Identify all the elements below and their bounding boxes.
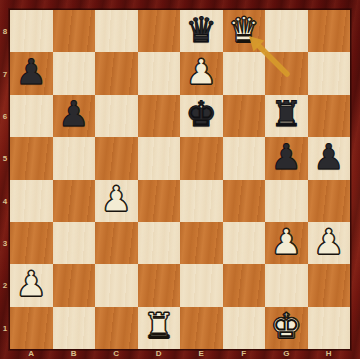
square-f4[interactable]: [223, 180, 266, 222]
square-e8[interactable]: ♛: [180, 10, 223, 52]
chess-board-frame: ♛♛♟♟♟♚♜♟♟♟♟♟♟♜♚ 87654321ABCDEFGH: [0, 0, 360, 359]
square-d6[interactable]: [138, 95, 181, 137]
square-d4[interactable]: [138, 180, 181, 222]
square-b4[interactable]: [53, 180, 96, 222]
square-c5[interactable]: [95, 137, 138, 179]
black-rook[interactable]: ♜: [271, 97, 302, 132]
square-e7[interactable]: ♟: [180, 52, 223, 94]
black-pawn[interactable]: ♟: [16, 55, 47, 90]
square-d2[interactable]: [138, 264, 181, 306]
square-c8[interactable]: [95, 10, 138, 52]
square-d8[interactable]: [138, 10, 181, 52]
file-label-g: G: [265, 349, 308, 359]
square-e1[interactable]: [180, 307, 223, 349]
square-c3[interactable]: [95, 222, 138, 264]
black-king[interactable]: ♚: [186, 97, 217, 132]
file-label-b: B: [53, 349, 96, 359]
square-b5[interactable]: [53, 137, 96, 179]
square-g1[interactable]: ♚: [265, 307, 308, 349]
square-f5[interactable]: [223, 137, 266, 179]
rank-label-3: 3: [0, 239, 10, 248]
white-pawn[interactable]: ♟: [101, 182, 132, 217]
black-pawn[interactable]: ♟: [313, 140, 344, 175]
black-pawn[interactable]: ♟: [58, 97, 89, 132]
square-e2[interactable]: [180, 264, 223, 306]
square-a3[interactable]: [10, 222, 53, 264]
square-a2[interactable]: ♟: [10, 264, 53, 306]
square-g6[interactable]: ♜: [265, 95, 308, 137]
black-queen[interactable]: ♛: [186, 13, 217, 48]
square-g5[interactable]: ♟: [265, 137, 308, 179]
square-f7[interactable]: [223, 52, 266, 94]
rank-label-5: 5: [0, 154, 10, 163]
square-a1[interactable]: [10, 307, 53, 349]
square-c2[interactable]: [95, 264, 138, 306]
file-label-e: E: [180, 349, 223, 359]
square-g4[interactable]: [265, 180, 308, 222]
square-h1[interactable]: [308, 307, 351, 349]
square-a6[interactable]: [10, 95, 53, 137]
white-pawn[interactable]: ♟: [313, 225, 344, 260]
file-label-d: D: [138, 349, 181, 359]
file-label-c: C: [95, 349, 138, 359]
square-h5[interactable]: ♟: [308, 137, 351, 179]
square-f6[interactable]: [223, 95, 266, 137]
square-g7[interactable]: [265, 52, 308, 94]
square-a7[interactable]: ♟: [10, 52, 53, 94]
square-g2[interactable]: [265, 264, 308, 306]
file-label-h: H: [308, 349, 351, 359]
square-g8[interactable]: [265, 10, 308, 52]
white-pawn[interactable]: ♟: [271, 225, 302, 260]
chess-board: ♛♛♟♟♟♚♜♟♟♟♟♟♟♜♚: [10, 10, 350, 349]
file-label-f: F: [223, 349, 266, 359]
square-f3[interactable]: [223, 222, 266, 264]
white-pawn[interactable]: ♟: [186, 55, 217, 90]
square-b8[interactable]: [53, 10, 96, 52]
black-pawn[interactable]: ♟: [271, 140, 302, 175]
square-d5[interactable]: [138, 137, 181, 179]
file-label-a: A: [10, 349, 53, 359]
square-h2[interactable]: [308, 264, 351, 306]
white-rook[interactable]: ♜: [143, 309, 174, 344]
square-e5[interactable]: [180, 137, 223, 179]
square-d1[interactable]: ♜: [138, 307, 181, 349]
square-b2[interactable]: [53, 264, 96, 306]
white-king[interactable]: ♚: [271, 309, 302, 344]
square-b1[interactable]: [53, 307, 96, 349]
square-b3[interactable]: [53, 222, 96, 264]
square-e3[interactable]: [180, 222, 223, 264]
rank-label-2: 2: [0, 281, 10, 290]
square-h6[interactable]: [308, 95, 351, 137]
square-a4[interactable]: [10, 180, 53, 222]
rank-label-8: 8: [0, 27, 10, 36]
square-h8[interactable]: [308, 10, 351, 52]
white-pawn[interactable]: ♟: [16, 267, 47, 302]
square-b6[interactable]: ♟: [53, 95, 96, 137]
square-h3[interactable]: ♟: [308, 222, 351, 264]
square-c1[interactable]: [95, 307, 138, 349]
square-c6[interactable]: [95, 95, 138, 137]
square-f8[interactable]: ♛: [223, 10, 266, 52]
square-h7[interactable]: [308, 52, 351, 94]
square-e4[interactable]: [180, 180, 223, 222]
rank-label-4: 4: [0, 196, 10, 205]
square-f2[interactable]: [223, 264, 266, 306]
square-c4[interactable]: ♟: [95, 180, 138, 222]
square-b7[interactable]: [53, 52, 96, 94]
rank-label-1: 1: [0, 323, 10, 332]
square-d3[interactable]: [138, 222, 181, 264]
square-e6[interactable]: ♚: [180, 95, 223, 137]
square-d7[interactable]: [138, 52, 181, 94]
white-queen[interactable]: ♛: [228, 13, 259, 48]
square-g3[interactable]: ♟: [265, 222, 308, 264]
square-a5[interactable]: [10, 137, 53, 179]
square-c7[interactable]: [95, 52, 138, 94]
rank-label-6: 6: [0, 111, 10, 120]
rank-label-7: 7: [0, 69, 10, 78]
square-f1[interactable]: [223, 307, 266, 349]
square-h4[interactable]: [308, 180, 351, 222]
square-a8[interactable]: [10, 10, 53, 52]
